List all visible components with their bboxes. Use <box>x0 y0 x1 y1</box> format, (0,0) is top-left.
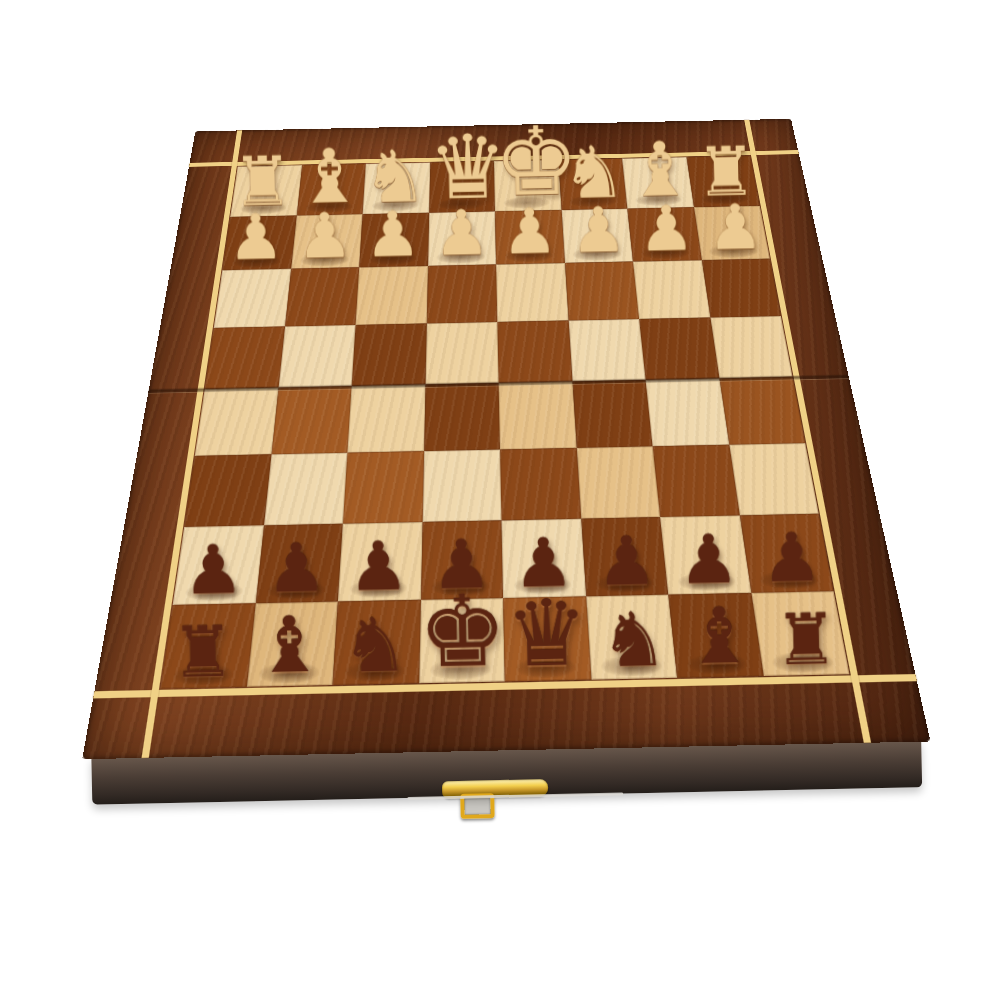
square-c1: ♞ <box>558 158 627 209</box>
square-d8: ♛ <box>503 596 591 682</box>
square-e2: ♟ <box>428 211 496 266</box>
square-a3 <box>701 259 780 317</box>
square-b4 <box>639 317 719 380</box>
square-h3 <box>214 269 291 328</box>
piece-shadow <box>437 250 485 264</box>
square-e7: ♟ <box>421 520 504 599</box>
photo-scene: ♜♝♞♛♚♞♝♜♟♟♟♟♟♟♟♟♟♟♟♟♟♟♟♟♜♝♞♚♛♞♝♜ <box>0 0 1000 1000</box>
square-f1: ♞ <box>363 162 430 213</box>
chess-board-grid: ♜♝♞♛♚♞♝♜♟♟♟♟♟♟♟♟♟♟♟♟♟♟♟♟♜♝♞♚♛♞♝♜ <box>160 156 849 689</box>
square-b6 <box>653 444 740 517</box>
square-e8: ♚ <box>419 598 505 684</box>
square-c4 <box>568 319 645 382</box>
piece-shadow <box>513 575 571 595</box>
square-f5 <box>347 385 425 453</box>
square-g7: ♟ <box>255 524 343 603</box>
piece-shadow <box>266 580 325 600</box>
square-d7: ♟ <box>501 519 585 598</box>
photo-background: ♜♝♞♛♚♞♝♜♟♟♟♟♟♟♟♟♟♟♟♟♟♟♟♟♜♝♞♚♛♞♝♜ <box>0 0 1000 1000</box>
square-a8: ♜ <box>751 591 850 676</box>
square-g4 <box>278 325 355 388</box>
square-a4 <box>710 316 793 379</box>
piece-shadow <box>431 576 489 596</box>
square-g2: ♟ <box>291 214 363 269</box>
piece-shadow <box>305 200 352 213</box>
square-e4 <box>425 322 498 385</box>
square-c2: ♟ <box>561 208 633 263</box>
square-d1: ♚ <box>494 160 561 211</box>
square-d2: ♟ <box>495 210 565 265</box>
piece-shadow <box>239 202 287 215</box>
square-c8: ♞ <box>586 594 677 680</box>
square-f2: ♟ <box>359 212 429 267</box>
square-f6 <box>343 451 424 524</box>
square-e3 <box>426 264 497 323</box>
square-d6 <box>500 447 581 520</box>
square-a6 <box>729 443 819 516</box>
piece-shadow <box>430 658 490 680</box>
piece-shadow <box>758 570 819 590</box>
piece-shadow <box>344 660 405 682</box>
square-b3 <box>633 260 710 319</box>
square-g1: ♝ <box>296 164 365 215</box>
square-d3 <box>496 263 568 322</box>
chess-board: ♜♝♞♛♚♞♝♜♟♟♟♟♟♟♟♟♟♟♟♟♟♟♟♟♜♝♞♚♛♞♝♜ <box>82 119 930 759</box>
piece-shadow <box>231 254 280 268</box>
square-h4 <box>205 326 285 389</box>
piece-shadow <box>572 247 621 261</box>
square-g3 <box>285 267 360 326</box>
square-b2: ♟ <box>627 207 701 262</box>
latch-plate <box>442 779 548 798</box>
square-a5 <box>719 377 805 444</box>
square-b7: ♟ <box>660 515 751 594</box>
piece-shadow <box>515 657 576 679</box>
piece-shadow <box>700 192 748 205</box>
square-c5 <box>572 380 652 448</box>
square-g6 <box>264 452 348 525</box>
piece-shadow <box>503 196 550 209</box>
square-d4 <box>497 320 572 383</box>
piece-shadow <box>349 578 407 598</box>
square-f7: ♟ <box>338 522 422 601</box>
square-c6 <box>576 446 660 519</box>
piece-shadow <box>300 253 349 267</box>
square-e1: ♛ <box>429 161 495 212</box>
square-c3 <box>565 262 640 321</box>
square-g8: ♝ <box>246 601 338 687</box>
square-a1: ♜ <box>686 156 760 207</box>
piece-shadow <box>184 582 244 602</box>
piece-shadow <box>371 199 418 212</box>
piece-shadow <box>634 193 682 206</box>
square-b1: ♝ <box>622 157 693 208</box>
square-a7: ♟ <box>739 514 833 593</box>
piece-shadow <box>172 664 235 686</box>
piece-shadow <box>640 246 689 260</box>
square-g5 <box>271 386 352 454</box>
piece-shadow <box>686 653 749 675</box>
square-h7: ♟ <box>173 525 264 604</box>
piece-shadow <box>368 251 416 265</box>
square-d5 <box>499 381 577 449</box>
piece-shadow <box>258 662 320 684</box>
piece-shadow <box>601 655 663 677</box>
square-e5 <box>424 383 500 451</box>
square-b5 <box>646 378 729 445</box>
piece-shadow <box>708 244 758 258</box>
square-f4 <box>352 323 427 386</box>
piece-shadow <box>505 249 553 263</box>
latch-clasp <box>460 793 495 819</box>
square-b8: ♝ <box>668 592 763 677</box>
brass-latch <box>442 779 553 827</box>
square-e6 <box>422 449 501 522</box>
piece-shadow <box>437 197 483 210</box>
piece-shadow <box>771 651 834 673</box>
square-f3 <box>356 266 428 325</box>
piece-shadow <box>677 571 737 591</box>
piece-black-pawn-g7: ♟ <box>254 533 338 602</box>
piece-shadow <box>595 573 654 593</box>
square-a2: ♟ <box>694 206 770 261</box>
square-h5 <box>195 388 278 456</box>
piece-black-pawn-h7: ♟ <box>171 534 255 603</box>
square-h2: ♟ <box>222 215 296 270</box>
square-h6 <box>184 454 271 527</box>
piece-shadow <box>569 195 616 208</box>
square-h8: ♜ <box>160 603 255 689</box>
square-c7: ♟ <box>581 517 668 596</box>
square-f8: ♞ <box>333 599 421 685</box>
square-h1: ♜ <box>230 165 302 216</box>
